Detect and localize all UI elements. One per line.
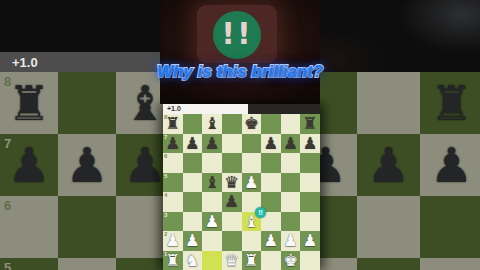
square-b2[interactable]: ♟ [183,231,203,251]
square-e5[interactable]: ♟ [242,173,262,193]
square-a1[interactable]: 1♜ [163,251,183,270]
square-h3[interactable] [300,212,320,232]
piece-white-king[interactable]: ♚ [281,251,301,270]
brilliant-move-icon: !! [213,11,261,59]
brilliant-icon-glyph: !! [221,19,252,49]
square-f1[interactable] [261,251,281,270]
square-h1[interactable] [300,251,320,270]
square-h7: ♟ [420,134,480,196]
square-c2[interactable] [202,231,222,251]
square-a4[interactable]: 4 [163,192,183,212]
square-g7: ♟ [357,134,420,196]
square-a7: 7♟ [0,134,58,196]
square-e8[interactable]: ♚ [242,114,262,134]
square-d6[interactable] [222,153,242,173]
brilliant-badge-glyph: !! [258,209,263,216]
square-h5 [420,258,480,270]
piece-white-queen[interactable]: ♛ [222,251,242,270]
square-a6: 6 [0,196,58,258]
piece-black-pawn: ♟ [420,134,480,196]
background-eval-bar: +1.0 [0,52,163,73]
piece-black-rook: ♜ [420,72,480,134]
square-g5[interactable] [281,173,301,193]
square-b5[interactable] [183,173,203,193]
rank-label-8: 8 [164,114,167,121]
square-b1[interactable]: ♞ [183,251,203,270]
evaluation-bar-white-portion: +1.0 [163,104,248,114]
square-g6 [357,196,420,258]
square-a7[interactable]: 7♟ [163,134,183,154]
square-f5[interactable] [261,173,281,193]
piece-white-pawn[interactable]: ♟ [281,231,301,251]
square-b5 [58,258,116,270]
square-c8[interactable]: ♝ [202,114,222,134]
square-a3[interactable]: 3 [163,212,183,232]
square-c4[interactable] [202,192,222,212]
rank-label-6: 6 [164,153,167,160]
square-d8[interactable] [222,114,242,134]
square-h5[interactable] [300,173,320,193]
piece-black-pawn[interactable]: ♟ [183,134,203,154]
square-b6[interactable] [183,153,203,173]
piece-black-pawn[interactable]: ♟ [261,134,281,154]
square-a2[interactable]: 2♟ [163,231,183,251]
rank-label-5: 5 [164,173,167,180]
square-g7[interactable]: ♟ [281,134,301,154]
square-g6[interactable] [281,153,301,173]
evaluation-bar: +1.0 [163,104,320,114]
square-a8[interactable]: 8♜ [163,114,183,134]
evaluation-label: +1.0 [167,105,181,112]
square-c6[interactable] [202,153,222,173]
square-h8: ♜ [420,72,480,134]
background-board-left: 8♜♝7♟♟♟65♝ [0,72,174,270]
square-e1[interactable]: ♜ [242,251,262,270]
square-h8[interactable]: ♜ [300,114,320,134]
square-b6 [58,196,116,258]
square-g3[interactable] [281,212,301,232]
piece-black-pawn: ♟ [58,134,116,196]
piece-white-pawn[interactable]: ♟ [183,231,203,251]
square-d7[interactable] [222,134,242,154]
piece-white-pawn[interactable]: ♟ [242,173,262,193]
square-h6 [420,196,480,258]
piece-black-pawn[interactable]: ♟ [202,134,222,154]
piece-white-rook[interactable]: ♜ [242,251,262,270]
rank-label-2: 2 [164,231,167,238]
square-a8: 8♜ [0,72,58,134]
piece-white-knight[interactable]: ♞ [183,251,203,270]
piece-black-queen[interactable]: ♛ [222,173,242,193]
square-e6[interactable] [242,153,262,173]
chess-board[interactable]: 8♜♝♚♜7♟♟♟♟♟♟65♝♛♟4♟3♟♝!!2♟♟♟♟♟1♜♞♛♜♚ [163,114,320,270]
piece-black-pawn: ♟ [357,134,420,196]
rank-label-7: 7 [164,134,167,141]
square-c3[interactable]: ♟ [202,212,222,232]
square-g8 [357,72,420,134]
square-d4[interactable]: ♟ [222,192,242,212]
square-c5[interactable]: ♝ [202,173,222,193]
piece-black-bishop[interactable]: ♝ [202,173,222,193]
square-h6[interactable] [300,153,320,173]
square-b8[interactable] [183,114,203,134]
square-d5[interactable]: ♛ [222,173,242,193]
square-d1[interactable]: ♛ [222,251,242,270]
square-d3[interactable] [222,212,242,232]
rank-label-5: 5 [4,260,11,270]
square-b3[interactable] [183,212,203,232]
piece-black-king[interactable]: ♚ [242,114,262,134]
square-g4[interactable] [281,192,301,212]
piece-black-pawn[interactable]: ♟ [281,134,301,154]
square-f8[interactable] [261,114,281,134]
square-c7[interactable]: ♟ [202,134,222,154]
piece-black-pawn[interactable]: ♟ [300,134,320,154]
square-e3[interactable]: ♝!! [242,212,262,232]
square-f7[interactable]: ♟ [261,134,281,154]
square-g2[interactable]: ♟ [281,231,301,251]
square-a5: 5 [0,258,58,270]
piece-white-pawn[interactable]: ♟ [300,231,320,251]
piece-white-pawn[interactable]: ♟ [202,212,222,232]
square-g5 [357,258,420,270]
square-b8 [58,72,116,134]
rank-label-6: 6 [4,198,11,213]
square-h2[interactable]: ♟ [300,231,320,251]
piece-white-pawn[interactable]: ♟ [261,231,281,251]
piece-black-rook[interactable]: ♜ [300,114,320,134]
square-f2[interactable]: ♟ [261,231,281,251]
square-f6[interactable] [261,153,281,173]
square-a6[interactable]: 6 [163,153,183,173]
square-b4[interactable] [183,192,203,212]
brilliant-badge: !! [255,207,266,218]
video-frame: +1.0 8♜♝7♟♟♟65♝ ♜♟♟♟ !! Why is this bril… [0,0,480,270]
square-e2[interactable] [242,231,262,251]
piece-black-pawn[interactable]: ♟ [222,192,242,212]
video-center-panel: !! [160,0,320,104]
square-a5[interactable]: 5 [163,173,183,193]
game-board-overlay: +1.0 8♜♝♚♜7♟♟♟♟♟♟65♝♛♟4♟3♟♝!!2♟♟♟♟♟1♜♞♛♜… [163,104,320,270]
rank-label-8: 8 [4,74,11,89]
rank-label-3: 3 [164,212,167,219]
square-b7[interactable]: ♟ [183,134,203,154]
question-title: Why is this brilliant? [152,62,328,82]
rank-label-1: 1 [164,251,167,258]
square-c1[interactable] [202,251,222,270]
square-b7: ♟ [58,134,116,196]
square-h4[interactable] [300,192,320,212]
square-h7[interactable]: ♟ [300,134,320,154]
square-g8[interactable] [281,114,301,134]
rank-label-4: 4 [164,192,167,199]
piece-black-bishop[interactable]: ♝ [202,114,222,134]
rank-label-7: 7 [4,136,11,151]
background-board-right: ♜♟♟♟ [294,72,480,270]
background-eval-label: +1.0 [12,55,38,70]
square-g1[interactable]: ♚ [281,251,301,270]
square-d2[interactable] [222,231,242,251]
brilliant-icon-tile: !! [197,5,277,63]
square-e7[interactable] [242,134,262,154]
